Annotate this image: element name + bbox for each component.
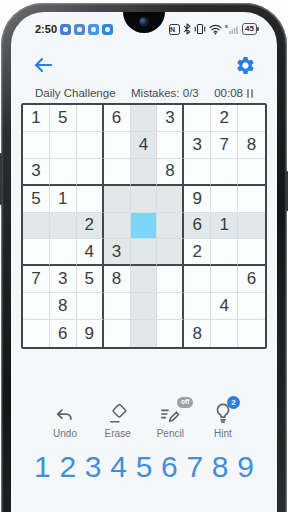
page-title: Daily Challenge bbox=[35, 87, 116, 99]
sudoku-cell-r5c8[interactable]: 1 bbox=[211, 213, 238, 240]
phone-screen: 2:50 N x 45 bbox=[11, 12, 277, 512]
sudoku-cell-r9c1[interactable] bbox=[23, 320, 50, 347]
sudoku-cell-r9c5[interactable] bbox=[131, 320, 158, 347]
sudoku-cell-r8c7[interactable] bbox=[184, 293, 211, 320]
sudoku-cell-r8c4[interactable] bbox=[104, 293, 131, 320]
sudoku-cell-r7c6[interactable] bbox=[157, 266, 184, 293]
sudoku-cell-r1c9[interactable] bbox=[238, 105, 265, 132]
volume-button bbox=[0, 153, 2, 205]
sudoku-cell-r1c1[interactable]: 1 bbox=[23, 105, 50, 132]
sudoku-cell-r7c5[interactable] bbox=[131, 266, 158, 293]
pause-icon[interactable] bbox=[247, 89, 253, 98]
sudoku-cell-r1c3[interactable] bbox=[77, 105, 104, 132]
numpad-key-7[interactable]: 7 bbox=[186, 452, 203, 482]
sudoku-cell-r4c2[interactable]: 1 bbox=[50, 186, 77, 213]
sudoku-cell-r9c8[interactable] bbox=[211, 320, 238, 347]
sudoku-cell-r4c3[interactable] bbox=[77, 186, 104, 213]
sudoku-cell-r6c2[interactable] bbox=[50, 239, 77, 266]
undo-button[interactable]: Undo bbox=[43, 402, 87, 439]
timer: 00:08 bbox=[214, 87, 243, 99]
sudoku-cell-r7c3[interactable]: 5 bbox=[77, 266, 104, 293]
sudoku-cell-r3c4[interactable] bbox=[104, 159, 131, 186]
sudoku-cell-r5c3[interactable]: 2 bbox=[77, 213, 104, 240]
sudoku-cell-r2c2[interactable] bbox=[50, 132, 77, 159]
game-info-row: Daily Challenge Mistakes: 0/3 00:08 bbox=[11, 85, 277, 101]
sudoku-cell-r2c8[interactable]: 7 bbox=[211, 132, 238, 159]
sudoku-cell-r3c1[interactable]: 3 bbox=[23, 159, 50, 186]
sudoku-cell-r9c4[interactable] bbox=[104, 320, 131, 347]
nav-row bbox=[11, 54, 277, 76]
clock-time: 2:50 bbox=[35, 23, 57, 35]
front-camera bbox=[139, 17, 149, 27]
pencil-label: Pencil bbox=[157, 428, 184, 439]
eraser-icon bbox=[107, 402, 129, 424]
sudoku-cell-r3c6[interactable]: 8 bbox=[157, 159, 184, 186]
numpad-key-8[interactable]: 8 bbox=[212, 452, 229, 482]
vibrate-icon bbox=[194, 23, 206, 35]
number-pad: 123456789 bbox=[11, 452, 277, 482]
power-button bbox=[286, 171, 288, 211]
notification-icon bbox=[88, 24, 99, 35]
sudoku-cell-r1c2[interactable]: 5 bbox=[50, 105, 77, 132]
sudoku-cell-r4c1[interactable]: 5 bbox=[23, 186, 50, 213]
sudoku-cell-r7c7[interactable] bbox=[184, 266, 211, 293]
settings-button[interactable] bbox=[235, 55, 256, 76]
notification-icon bbox=[102, 24, 113, 35]
sudoku-cell-r2c6[interactable] bbox=[157, 132, 184, 159]
sudoku-cell-r8c1[interactable] bbox=[23, 293, 50, 320]
sudoku-cell-r3c5[interactable] bbox=[131, 159, 158, 186]
sudoku-cell-r6c9[interactable] bbox=[238, 239, 265, 266]
sudoku-cell-r7c2[interactable]: 3 bbox=[50, 266, 77, 293]
sudoku-cell-r4c8[interactable] bbox=[211, 186, 238, 213]
sudoku-cell-r5c5[interactable] bbox=[131, 213, 158, 240]
sudoku-cell-r5c1[interactable] bbox=[23, 213, 50, 240]
sudoku-cell-r7c4[interactable]: 8 bbox=[104, 266, 131, 293]
undo-label: Undo bbox=[53, 428, 77, 439]
back-button[interactable] bbox=[32, 55, 54, 75]
svg-text:x: x bbox=[225, 23, 228, 29]
notification-icon bbox=[60, 24, 71, 35]
sudoku-cell-r1c8[interactable]: 2 bbox=[211, 105, 238, 132]
sudoku-cell-r5c6[interactable] bbox=[157, 213, 184, 240]
sudoku-cell-r7c8[interactable] bbox=[211, 266, 238, 293]
pencil-icon: off bbox=[159, 402, 181, 424]
mistakes-counter: Mistakes: 0/3 bbox=[131, 87, 199, 99]
toolbar: Undo Erase off Pencil 2 Hin bbox=[11, 402, 277, 439]
sudoku-cell-r1c6[interactable]: 3 bbox=[157, 105, 184, 132]
erase-button[interactable]: Erase bbox=[96, 402, 140, 439]
sudoku-cell-r8c3[interactable] bbox=[77, 293, 104, 320]
sudoku-cell-r8c5[interactable] bbox=[131, 293, 158, 320]
lightbulb-icon: 2 bbox=[213, 402, 233, 424]
sudoku-cell-r6c5[interactable] bbox=[131, 239, 158, 266]
sudoku-cell-r2c9[interactable]: 8 bbox=[238, 132, 265, 159]
signal-icon: x bbox=[225, 23, 238, 35]
sudoku-cell-r3c2[interactable] bbox=[50, 159, 77, 186]
sudoku-cell-r2c1[interactable] bbox=[23, 132, 50, 159]
sudoku-cell-r6c8[interactable] bbox=[211, 239, 238, 266]
phone-frame: 2:50 N x 45 bbox=[1, 3, 287, 512]
sudoku-cell-r9c3[interactable]: 9 bbox=[77, 320, 104, 347]
wifi-icon bbox=[209, 24, 222, 35]
sudoku-cell-r4c5[interactable] bbox=[131, 186, 158, 213]
numpad-key-2[interactable]: 2 bbox=[59, 452, 76, 482]
battery-icon: 45 bbox=[242, 23, 257, 35]
sudoku-cell-r4c4[interactable] bbox=[104, 186, 131, 213]
sudoku-cell-r2c5[interactable]: 4 bbox=[131, 132, 158, 159]
sudoku-cell-r6c7[interactable]: 2 bbox=[184, 239, 211, 266]
pencil-button[interactable]: off Pencil bbox=[148, 402, 192, 439]
sudoku-cell-r9c7[interactable]: 8 bbox=[184, 320, 211, 347]
sudoku-cell-r7c9[interactable]: 6 bbox=[238, 266, 265, 293]
sudoku-cell-r2c4[interactable] bbox=[104, 132, 131, 159]
sudoku-cell-r1c4[interactable]: 6 bbox=[104, 105, 131, 132]
erase-label: Erase bbox=[105, 428, 131, 439]
pencil-off-badge: off bbox=[177, 397, 193, 408]
sudoku-cell-r9c6[interactable] bbox=[157, 320, 184, 347]
sudoku-cell-r5c4[interactable] bbox=[104, 213, 131, 240]
sudoku-cell-r7c1[interactable]: 7 bbox=[23, 266, 50, 293]
sudoku-cell-r1c7[interactable] bbox=[184, 105, 211, 132]
sudoku-cell-r4c9[interactable] bbox=[238, 186, 265, 213]
numpad-key-3[interactable]: 3 bbox=[85, 452, 102, 482]
sudoku-cell-r8c2[interactable]: 8 bbox=[50, 293, 77, 320]
sudoku-cell-r5c2[interactable] bbox=[50, 213, 77, 240]
sudoku-cell-r2c3[interactable] bbox=[77, 132, 104, 159]
sudoku-cell-r9c2[interactable]: 6 bbox=[50, 320, 77, 347]
sudoku-cell-r1c5[interactable] bbox=[131, 105, 158, 132]
sudoku-cell-r2c7[interactable]: 3 bbox=[184, 132, 211, 159]
sudoku-cell-r3c9[interactable] bbox=[238, 159, 265, 186]
sudoku-cell-r5c7[interactable]: 6 bbox=[184, 213, 211, 240]
hint-count-badge: 2 bbox=[227, 396, 240, 409]
bluetooth-icon bbox=[183, 23, 191, 35]
sudoku-cell-r9c9[interactable] bbox=[238, 320, 265, 347]
sudoku-cell-r6c3[interactable]: 4 bbox=[77, 239, 104, 266]
sudoku-cell-r3c8[interactable] bbox=[211, 159, 238, 186]
sudoku-cell-r4c6[interactable] bbox=[157, 186, 184, 213]
sudoku-cell-r5c9[interactable] bbox=[238, 213, 265, 240]
sudoku-cell-r3c3[interactable] bbox=[77, 159, 104, 186]
notification-icon bbox=[74, 24, 85, 35]
numpad-key-9[interactable]: 9 bbox=[237, 452, 254, 482]
hint-label: Hint bbox=[214, 428, 232, 439]
numpad-key-1[interactable]: 1 bbox=[34, 452, 51, 482]
numpad-key-5[interactable]: 5 bbox=[136, 452, 153, 482]
sudoku-board: 156324378385192614327358684698 bbox=[21, 103, 267, 349]
sudoku-cell-r8c9[interactable] bbox=[238, 293, 265, 320]
sudoku-cell-r6c4[interactable]: 3 bbox=[104, 239, 131, 266]
sudoku-cell-r8c8[interactable]: 4 bbox=[211, 293, 238, 320]
hint-button[interactable]: 2 Hint bbox=[201, 402, 245, 439]
sudoku-cell-r6c1[interactable] bbox=[23, 239, 50, 266]
sudoku-cell-r3c7[interactable] bbox=[184, 159, 211, 186]
sudoku-cell-r8c6[interactable] bbox=[157, 293, 184, 320]
undo-icon bbox=[54, 402, 76, 424]
nfc-icon: N bbox=[169, 24, 180, 35]
sudoku-cell-r6c6[interactable] bbox=[157, 239, 184, 266]
numpad-key-6[interactable]: 6 bbox=[161, 452, 178, 482]
numpad-key-4[interactable]: 4 bbox=[110, 452, 127, 482]
sudoku-cell-r4c7[interactable]: 9 bbox=[184, 186, 211, 213]
